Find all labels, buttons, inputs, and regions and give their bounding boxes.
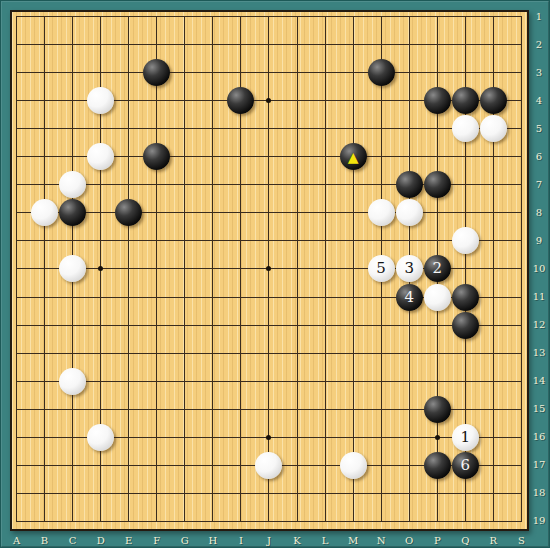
row-label-5: 5 (530, 123, 548, 135)
black-stone[interactable] (227, 87, 254, 114)
grid-line-horizontal (16, 325, 522, 326)
star-point (98, 266, 103, 271)
row-label-17: 17 (530, 459, 548, 471)
white-stone[interactable] (87, 87, 114, 114)
white-stone[interactable] (87, 424, 114, 451)
black-stone[interactable] (424, 87, 451, 114)
column-label-N: N (371, 535, 391, 547)
grid-line-horizontal (16, 353, 522, 354)
move-number: 4 (404, 290, 414, 305)
white-stone[interactable] (59, 171, 86, 198)
column-label-G: G (175, 535, 195, 547)
black-stone[interactable] (452, 87, 479, 114)
row-label-18: 18 (530, 487, 548, 499)
row-label-14: 14 (530, 375, 548, 387)
row-label-16: 16 (530, 431, 548, 443)
row-label-8: 8 (530, 207, 548, 219)
row-label-3: 3 (530, 67, 548, 79)
column-label-L: L (315, 535, 335, 547)
white-stone[interactable] (368, 199, 395, 226)
black-stone[interactable] (396, 171, 423, 198)
row-label-12: 12 (530, 319, 548, 331)
move-number: 3 (404, 261, 414, 276)
black-stone[interactable] (480, 87, 507, 114)
black-stone[interactable] (143, 59, 170, 86)
column-label-M: M (343, 535, 363, 547)
grid-line-vertical (353, 16, 354, 522)
row-label-1: 1 (530, 11, 548, 23)
black-stone[interactable] (452, 312, 479, 339)
column-label-P: P (427, 535, 447, 547)
grid-line-vertical (297, 16, 298, 522)
move-number: 1 (461, 430, 471, 445)
white-stone[interactable] (424, 284, 451, 311)
column-label-Q: Q (455, 535, 475, 547)
white-stone[interactable] (340, 452, 367, 479)
star-point (435, 435, 440, 440)
column-label-H: H (203, 535, 223, 547)
white-stone[interactable] (31, 199, 58, 226)
move-number: 2 (432, 261, 442, 276)
column-label-S: S (511, 535, 531, 547)
black-stone[interactable] (368, 59, 395, 86)
column-label-F: F (147, 535, 167, 547)
row-label-13: 13 (530, 347, 548, 359)
grid-line-horizontal (16, 493, 522, 494)
go-board[interactable]: ▲532416 (10, 10, 529, 531)
black-stone[interactable]: 6 (452, 452, 479, 479)
black-stone[interactable] (424, 396, 451, 423)
white-stone[interactable] (255, 452, 282, 479)
black-stone[interactable] (424, 452, 451, 479)
white-stone[interactable]: 3 (396, 255, 423, 282)
column-label-O: O (399, 535, 419, 547)
black-stone[interactable]: 2 (424, 255, 451, 282)
move-number: 5 (376, 261, 386, 276)
row-label-4: 4 (530, 95, 548, 107)
row-label-11: 11 (530, 291, 548, 303)
star-point (266, 98, 271, 103)
black-stone[interactable] (59, 199, 86, 226)
column-label-B: B (35, 535, 55, 547)
star-point (266, 435, 271, 440)
grid-line-vertical (521, 16, 522, 522)
column-label-R: R (483, 535, 503, 547)
row-label-10: 10 (530, 263, 548, 275)
grid-line-horizontal (16, 381, 522, 382)
white-stone[interactable]: 5 (368, 255, 395, 282)
black-stone[interactable] (424, 171, 451, 198)
row-label-2: 2 (530, 39, 548, 51)
black-stone[interactable] (143, 143, 170, 170)
black-stone[interactable] (115, 199, 142, 226)
black-stone[interactable] (452, 284, 479, 311)
white-stone[interactable]: 1 (452, 424, 479, 451)
white-stone[interactable] (452, 227, 479, 254)
white-stone[interactable] (480, 115, 507, 142)
goban-frame: ▲532416 ABCDEFGHIJKLMNOPQRS 123456789101… (0, 0, 550, 548)
column-label-A: A (7, 535, 27, 547)
white-stone[interactable] (87, 143, 114, 170)
row-label-6: 6 (530, 151, 548, 163)
black-stone[interactable]: ▲ (340, 143, 367, 170)
grid-line-horizontal (16, 521, 522, 522)
column-label-D: D (91, 535, 111, 547)
white-stone[interactable] (59, 368, 86, 395)
white-stone[interactable] (396, 199, 423, 226)
grid-line-vertical (325, 16, 326, 522)
column-label-C: C (63, 535, 83, 547)
white-stone[interactable] (59, 255, 86, 282)
white-stone[interactable] (452, 115, 479, 142)
row-label-15: 15 (530, 403, 548, 415)
column-label-I: I (231, 535, 251, 547)
star-point (266, 266, 271, 271)
column-label-E: E (119, 535, 139, 547)
black-stone[interactable]: 4 (396, 284, 423, 311)
triangle-mark-icon: ▲ (348, 150, 359, 164)
row-label-7: 7 (530, 179, 548, 191)
column-label-J: J (259, 535, 279, 547)
column-label-K: K (287, 535, 307, 547)
row-label-19: 19 (530, 515, 548, 527)
move-number: 6 (461, 458, 471, 473)
row-label-9: 9 (530, 235, 548, 247)
